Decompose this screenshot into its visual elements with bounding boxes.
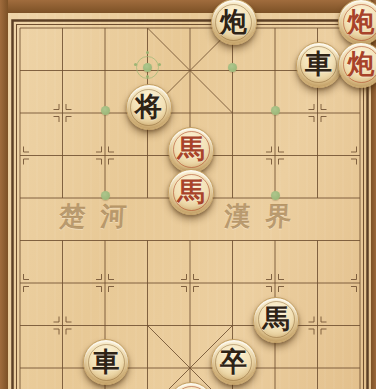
move-hint-dot-f3r3[interactable] — [101, 106, 110, 115]
piece-glyph: 馬 — [178, 179, 205, 206]
piece-black-cannon-f6r1[interactable]: 炮 — [211, 0, 257, 45]
xiangqi-board: 楚河 漢界 炮炮車炮将馬馬馬車卒 — [0, 0, 376, 389]
board-edge-left — [0, 0, 8, 389]
piece-black-chariot-f8r2[interactable]: 車 — [296, 42, 342, 88]
piece-red-horse-f5r4[interactable]: 馬 — [168, 127, 214, 173]
move-hint-dot-f3r5[interactable] — [101, 191, 110, 200]
piece-glyph: 炮 — [348, 51, 375, 78]
move-hint-ring-f4r2[interactable] — [143, 63, 152, 72]
piece-glyph: 卒 — [220, 349, 247, 376]
piece-black-chariot-f3r9[interactable]: 車 — [83, 339, 129, 385]
piece-glyph: 炮 — [220, 9, 247, 36]
piece-red-horse-f5r5[interactable]: 馬 — [168, 169, 214, 215]
piece-red-cannon-f9r2[interactable]: 炮 — [338, 42, 376, 88]
piece-glyph: 馬 — [263, 306, 290, 333]
piece-glyph: 馬 — [178, 136, 205, 163]
piece-black-soldier-f6r9[interactable]: 卒 — [211, 339, 257, 385]
piece-glyph: 将 — [135, 94, 162, 121]
piece-black-horse-f7r8[interactable]: 馬 — [253, 297, 299, 343]
piece-black-general-f4r3[interactable]: 将 — [126, 84, 172, 130]
move-hint-dot-f7r3[interactable] — [271, 106, 280, 115]
move-hint-dot-f6r2[interactable] — [228, 63, 237, 72]
river-label-right: 漢界 — [224, 199, 308, 234]
piece-glyph: 車 — [305, 51, 332, 78]
piece-glyph: 車 — [93, 349, 120, 376]
move-hint-dot-f7r5[interactable] — [271, 191, 280, 200]
board-edge-top — [0, 0, 376, 13]
piece-glyph: 炮 — [348, 9, 375, 36]
river-label-left: 楚河 — [59, 199, 143, 234]
